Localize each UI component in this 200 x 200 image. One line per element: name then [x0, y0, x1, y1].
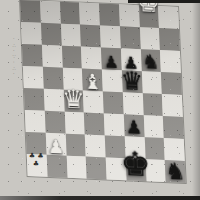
- piece-black-knight-h1: ♞: [165, 160, 186, 183]
- edge-stamp: ·∴·∵·∴·: [11, 38, 17, 76]
- piece-black-knight-g6: ♞: [140, 49, 161, 72]
- piece-black-pawn-f3: ♟: [124, 114, 145, 137]
- photo-edge-top: [128, 0, 200, 3]
- piece-black-pawn-e6: ♟: [101, 47, 122, 70]
- board-photo: ♚♟♟♞♝♛♛♟♟♚♞ ♣ ♣ ♣ ·∴·∵·∴·: [0, 0, 200, 200]
- photo-edge-right: [192, 0, 200, 200]
- piece-white-pawn-b2: ♟: [46, 133, 67, 156]
- piece-black-king-f1: ♚: [125, 158, 146, 181]
- piece-white-queen-c4: ♛: [63, 90, 84, 113]
- board-logo-row2: ♣: [26, 160, 46, 169]
- piece-white-bishop-d5: ♝: [82, 69, 103, 92]
- piece-black-pawn-f6: ♟: [121, 48, 142, 71]
- piece-black-queen-f5: ♛: [122, 70, 143, 93]
- board-logo: ♣ ♣ ♣: [26, 153, 47, 169]
- photo-edge-bottom: [0, 196, 200, 200]
